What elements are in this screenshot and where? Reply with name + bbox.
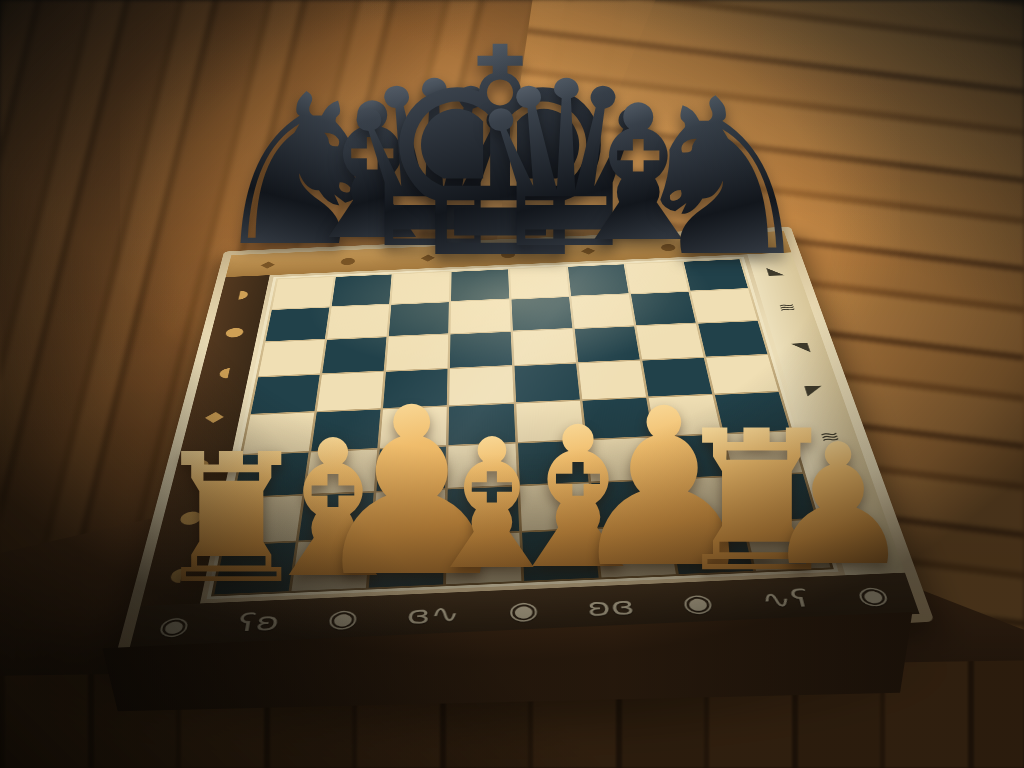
pieces-layer: ♞♝♛♚♛♝♞♜♝♟♝♝♟♜♟ (0, 0, 1024, 768)
scene: ◆●◆●◆●◆ ◗●◖◆◗●◖ ◣≋◥◤≋◢◣ ◉ʕʚ◉ɞ∿◉ʚɞ◉∿ʕ◉ ♞♝… (0, 0, 1024, 768)
white-pawn-piece[interactable]: ♟ (763, 422, 913, 589)
black-knight-piece[interactable]: ♞ (625, 71, 819, 287)
